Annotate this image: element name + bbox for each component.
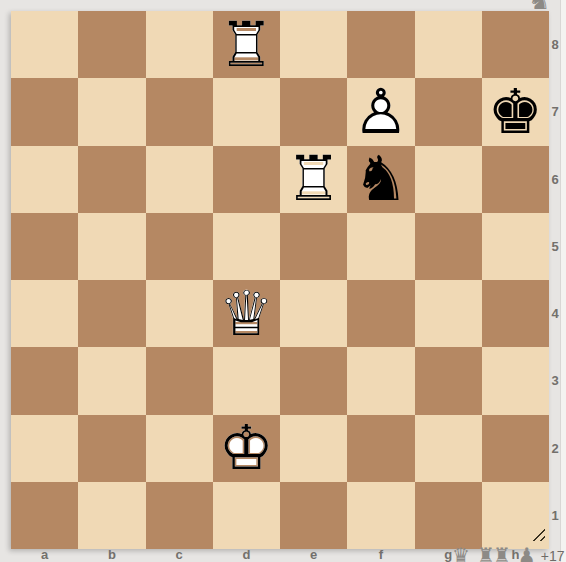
square-b7[interactable] xyxy=(78,78,145,145)
square-d6[interactable] xyxy=(213,146,280,213)
white-pawn[interactable]: ♟♙ xyxy=(347,78,414,145)
square-h5[interactable] xyxy=(482,213,549,280)
square-f2[interactable] xyxy=(347,415,414,482)
square-a8[interactable] xyxy=(11,11,78,78)
square-g5[interactable] xyxy=(415,213,482,280)
file-label-c: c xyxy=(146,548,213,562)
captured-knight-icon: ♞ xyxy=(528,0,550,15)
square-e8[interactable] xyxy=(280,11,347,78)
white-queen[interactable]: ♛♕ xyxy=(213,280,280,347)
white-rook[interactable]: ♜♖ xyxy=(280,146,347,213)
file-label-e: e xyxy=(280,548,347,562)
square-a7[interactable] xyxy=(11,78,78,145)
square-d3[interactable] xyxy=(213,347,280,414)
square-f3[interactable] xyxy=(347,347,414,414)
square-d7[interactable] xyxy=(213,78,280,145)
square-e1[interactable] xyxy=(280,482,347,549)
square-g8[interactable] xyxy=(415,11,482,78)
square-a5[interactable] xyxy=(11,213,78,280)
square-f1[interactable] xyxy=(347,482,414,549)
square-b6[interactable] xyxy=(78,146,145,213)
square-d1[interactable] xyxy=(213,482,280,549)
square-g3[interactable] xyxy=(415,347,482,414)
square-c6[interactable] xyxy=(146,146,213,213)
square-d2[interactable]: ♚♔ xyxy=(213,415,280,482)
white-king-outline: ♔ xyxy=(213,415,280,482)
white-material-advantage: ♛♜♜♟+17 xyxy=(452,545,565,562)
chess-board-page: { "game": "chess", "position": { "fen": … xyxy=(0,0,566,562)
white-rook-outline: ♖ xyxy=(280,146,347,213)
square-d4[interactable]: ♛♕ xyxy=(213,280,280,347)
square-c5[interactable] xyxy=(146,213,213,280)
square-b2[interactable] xyxy=(78,415,145,482)
square-c8[interactable] xyxy=(146,11,213,78)
square-f7[interactable]: ♟♙ xyxy=(347,78,414,145)
square-a6[interactable] xyxy=(11,146,78,213)
square-b8[interactable] xyxy=(78,11,145,78)
page-edge-strip xyxy=(560,0,566,562)
square-c1[interactable] xyxy=(146,482,213,549)
square-c4[interactable] xyxy=(146,280,213,347)
captured-pawn-icon: ♟ xyxy=(518,545,536,562)
square-b5[interactable] xyxy=(78,213,145,280)
square-d5[interactable] xyxy=(213,213,280,280)
white-pawn-outline: ♙ xyxy=(347,78,414,145)
square-c3[interactable] xyxy=(146,347,213,414)
square-a3[interactable] xyxy=(11,347,78,414)
black-king[interactable]: ♚ xyxy=(482,78,549,145)
square-d8[interactable]: ♜♖ xyxy=(213,11,280,78)
square-c7[interactable] xyxy=(146,78,213,145)
black-knight-glyph: ♞ xyxy=(347,146,414,213)
square-f8[interactable] xyxy=(347,11,414,78)
square-e2[interactable] xyxy=(280,415,347,482)
square-h8[interactable] xyxy=(482,11,549,78)
file-label-b: b xyxy=(78,548,145,562)
white-rook-outline: ♖ xyxy=(213,11,280,78)
square-b3[interactable] xyxy=(78,347,145,414)
black-knight[interactable]: ♞ xyxy=(347,146,414,213)
square-h4[interactable] xyxy=(482,280,549,347)
material-score: +17 xyxy=(541,545,565,562)
file-label-d: d xyxy=(213,548,280,562)
square-h7[interactable]: ♚ xyxy=(482,78,549,145)
square-e5[interactable] xyxy=(280,213,347,280)
file-label-a: a xyxy=(11,548,78,562)
file-label-f: f xyxy=(347,548,414,562)
square-e7[interactable] xyxy=(280,78,347,145)
white-rook[interactable]: ♜♖ xyxy=(213,11,280,78)
square-f4[interactable] xyxy=(347,280,414,347)
square-g7[interactable] xyxy=(415,78,482,145)
captured-queen-icon: ♛ xyxy=(452,545,470,562)
square-a1[interactable] xyxy=(11,482,78,549)
square-g4[interactable] xyxy=(415,280,482,347)
square-a4[interactable] xyxy=(11,280,78,347)
square-e4[interactable] xyxy=(280,280,347,347)
square-b1[interactable] xyxy=(78,482,145,549)
white-king[interactable]: ♚♔ xyxy=(213,415,280,482)
square-g1[interactable] xyxy=(415,482,482,549)
square-h2[interactable] xyxy=(482,415,549,482)
square-b4[interactable] xyxy=(78,280,145,347)
square-f5[interactable] xyxy=(347,213,414,280)
square-g2[interactable] xyxy=(415,415,482,482)
white-queen-outline: ♕ xyxy=(213,280,280,347)
black-king-glyph: ♚ xyxy=(482,78,549,145)
square-g6[interactable] xyxy=(415,146,482,213)
square-c2[interactable] xyxy=(146,415,213,482)
square-h3[interactable] xyxy=(482,347,549,414)
square-e6[interactable]: ♜♖ xyxy=(280,146,347,213)
square-f6[interactable]: ♞ xyxy=(347,146,414,213)
square-e3[interactable] xyxy=(280,347,347,414)
square-h6[interactable] xyxy=(482,146,549,213)
square-a2[interactable] xyxy=(11,415,78,482)
chessboard: ♜♖♟♙♚♜♖♞♛♕♚♔ xyxy=(11,11,549,549)
captured-rook-icon: ♜ xyxy=(493,545,511,562)
black-material-advantage: ♞ xyxy=(528,0,550,13)
